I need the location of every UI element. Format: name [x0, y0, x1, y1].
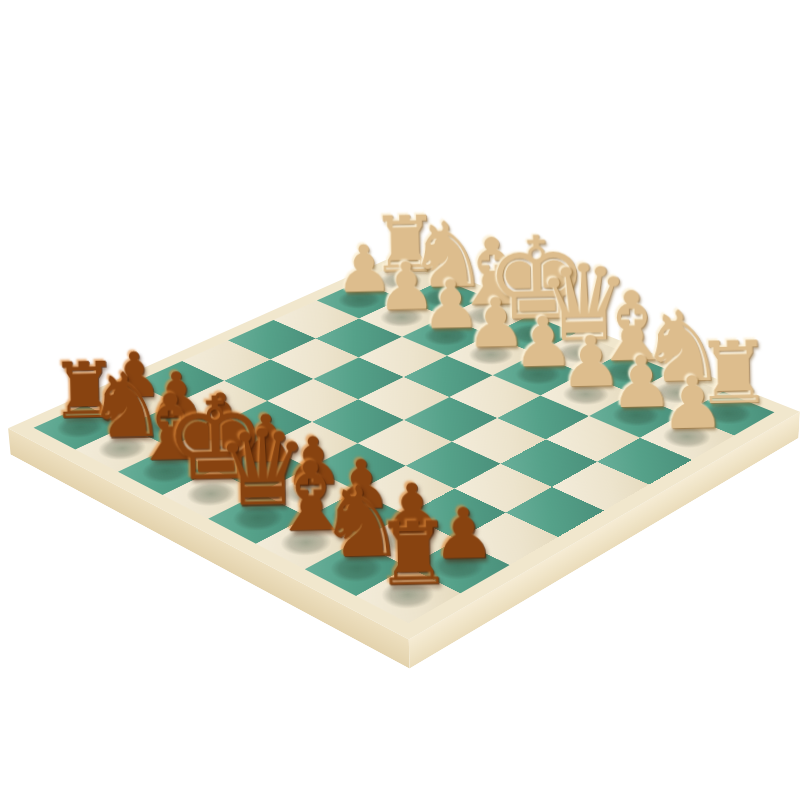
square-a8[interactable]: ♜: [356, 567, 460, 623]
chessboard: ♜♟♟♜♞♟♟♞♝♟♟♝♚♟♟♚♛♟♟♛♝♟♟♝♞♟♟♞♜♟♟♜: [8, 253, 800, 639]
white-pawn[interactable]: ♟: [615, 365, 769, 440]
product-photo-scene: ♜♟♟♜♞♟♟♞♝♟♟♝♚♟♟♚♛♟♟♛♝♟♟♝♞♟♟♞♜♟♟♜: [0, 0, 800, 800]
black-rook[interactable]: ♜: [328, 509, 499, 599]
square-a2[interactable]: ♟: [640, 414, 734, 460]
board-squares: ♜♟♟♜♞♟♟♞♝♟♟♝♚♟♟♚♛♟♟♛♝♟♟♝♞♟♟♞♜♟♟♜: [34, 263, 775, 623]
